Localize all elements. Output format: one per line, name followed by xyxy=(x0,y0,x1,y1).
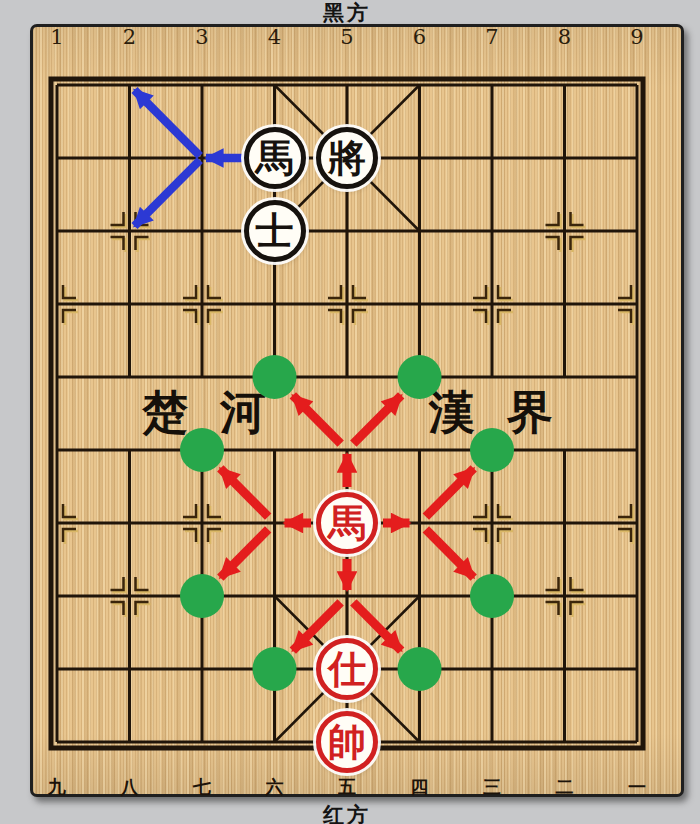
river-char-1: 楚 xyxy=(142,382,188,444)
file-label-bottom-5: 五 xyxy=(338,775,356,799)
move-target-dot[interactable] xyxy=(398,355,442,399)
move-target-dot[interactable] xyxy=(180,574,224,618)
file-label-bottom-7: 三 xyxy=(483,775,501,799)
black-advisor[interactable]: 士 xyxy=(244,200,306,262)
file-label-bottom-3: 七 xyxy=(193,775,211,799)
move-target-dot[interactable] xyxy=(470,574,514,618)
file-label-bottom-6: 四 xyxy=(411,775,429,799)
file-label-top-9: 9 xyxy=(630,25,643,49)
file-label-bottom-9: 一 xyxy=(628,775,646,799)
file-label-top-4: 4 xyxy=(268,25,281,49)
red-horse[interactable]: 馬 xyxy=(316,492,378,554)
move-target-dot[interactable] xyxy=(253,355,297,399)
black-side-label: 黑方 xyxy=(323,0,371,27)
red-advisor[interactable]: 仕 xyxy=(316,638,378,700)
file-label-top-3: 3 xyxy=(195,25,208,49)
file-label-top-8: 8 xyxy=(558,25,571,49)
black-general[interactable]: 將 xyxy=(316,127,378,189)
file-label-top-2: 2 xyxy=(123,25,136,49)
xiangqi-diagram: 黑方 123456789 九八七六五四三二一 楚河漢界 馬將士馬仕帥 红方 xyxy=(0,0,700,824)
move-target-dot[interactable] xyxy=(253,647,297,691)
file-label-bottom-1: 九 xyxy=(48,775,66,799)
move-target-dot[interactable] xyxy=(180,428,224,472)
move-target-dot[interactable] xyxy=(398,647,442,691)
file-label-bottom-8: 二 xyxy=(556,775,574,799)
river-char-4: 界 xyxy=(507,382,553,444)
file-label-top-5: 5 xyxy=(340,25,353,49)
red-side-label: 红方 xyxy=(323,801,371,824)
file-label-top-7: 7 xyxy=(485,25,498,49)
file-label-bottom-4: 六 xyxy=(266,775,284,799)
move-target-dot[interactable] xyxy=(470,428,514,472)
red-general[interactable]: 帥 xyxy=(316,711,378,773)
file-label-bottom-2: 八 xyxy=(121,775,139,799)
file-label-top-1: 1 xyxy=(50,25,63,49)
file-label-top-6: 6 xyxy=(413,25,426,49)
black-horse[interactable]: 馬 xyxy=(244,127,306,189)
